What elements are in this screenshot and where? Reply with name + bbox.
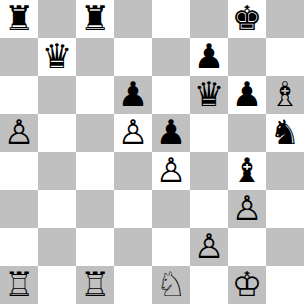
square-f8[interactable] xyxy=(190,0,228,38)
square-b8[interactable] xyxy=(38,0,76,38)
square-c5[interactable] xyxy=(76,114,114,152)
square-h7[interactable] xyxy=(266,38,304,76)
square-g6[interactable]: ♟ xyxy=(228,76,266,114)
square-e1[interactable]: ♘ xyxy=(152,266,190,304)
square-f5[interactable] xyxy=(190,114,228,152)
square-e4[interactable]: ♙ xyxy=(152,152,190,190)
square-c1[interactable]: ♖ xyxy=(76,266,114,304)
square-d3[interactable] xyxy=(114,190,152,228)
square-a3[interactable] xyxy=(0,190,38,228)
square-d5[interactable]: ♙ xyxy=(114,114,152,152)
black-pawn-icon: ♟ xyxy=(194,37,224,75)
square-a2[interactable] xyxy=(0,228,38,266)
black-king-icon: ♚ xyxy=(232,0,262,37)
black-bishop-icon: ♝ xyxy=(232,151,262,189)
square-c2[interactable] xyxy=(76,228,114,266)
white-pawn-icon: ♙ xyxy=(156,151,186,189)
square-d2[interactable] xyxy=(114,228,152,266)
square-f3[interactable] xyxy=(190,190,228,228)
square-a8[interactable]: ♜ xyxy=(0,0,38,38)
white-rook-icon: ♖ xyxy=(4,265,34,303)
black-rook-icon: ♜ xyxy=(80,0,110,37)
white-pawn-icon: ♙ xyxy=(4,113,34,151)
black-pawn-icon: ♟ xyxy=(232,75,262,113)
square-b7[interactable]: ♛ xyxy=(38,38,76,76)
square-g4[interactable]: ♝ xyxy=(228,152,266,190)
square-e3[interactable] xyxy=(152,190,190,228)
square-e5[interactable]: ♟ xyxy=(152,114,190,152)
square-b6[interactable] xyxy=(38,76,76,114)
square-c3[interactable] xyxy=(76,190,114,228)
square-d6[interactable]: ♟ xyxy=(114,76,152,114)
square-e6[interactable] xyxy=(152,76,190,114)
square-a4[interactable] xyxy=(0,152,38,190)
square-b3[interactable] xyxy=(38,190,76,228)
square-f2[interactable]: ♙ xyxy=(190,228,228,266)
square-f6[interactable]: ♛ xyxy=(190,76,228,114)
white-pawn-icon: ♙ xyxy=(118,113,148,151)
square-h4[interactable] xyxy=(266,152,304,190)
black-pawn-icon: ♟ xyxy=(118,75,148,113)
square-d4[interactable] xyxy=(114,152,152,190)
black-rook-icon: ♜ xyxy=(4,0,34,37)
black-queen-icon: ♛ xyxy=(194,75,224,113)
square-g3[interactable]: ♙ xyxy=(228,190,266,228)
square-f1[interactable] xyxy=(190,266,228,304)
square-a5[interactable]: ♙ xyxy=(0,114,38,152)
square-b4[interactable] xyxy=(38,152,76,190)
square-c8[interactable]: ♜ xyxy=(76,0,114,38)
white-bishop-icon: ♗ xyxy=(270,75,300,113)
square-g7[interactable] xyxy=(228,38,266,76)
square-b2[interactable] xyxy=(38,228,76,266)
square-h5[interactable]: ♞ xyxy=(266,114,304,152)
square-e8[interactable] xyxy=(152,0,190,38)
square-g5[interactable] xyxy=(228,114,266,152)
square-f4[interactable] xyxy=(190,152,228,190)
square-a6[interactable] xyxy=(0,76,38,114)
black-pawn-icon: ♟ xyxy=(156,113,186,151)
square-h8[interactable] xyxy=(266,0,304,38)
square-g1[interactable]: ♔ xyxy=(228,266,266,304)
white-pawn-icon: ♙ xyxy=(232,189,262,227)
square-b5[interactable] xyxy=(38,114,76,152)
square-a7[interactable] xyxy=(0,38,38,76)
square-d1[interactable] xyxy=(114,266,152,304)
black-knight-icon: ♞ xyxy=(270,113,300,151)
square-e2[interactable] xyxy=(152,228,190,266)
white-knight-icon: ♘ xyxy=(156,265,186,303)
white-pawn-icon: ♙ xyxy=(194,227,224,265)
white-rook-icon: ♖ xyxy=(80,265,110,303)
square-d8[interactable] xyxy=(114,0,152,38)
square-f7[interactable]: ♟ xyxy=(190,38,228,76)
square-g2[interactable] xyxy=(228,228,266,266)
white-king-icon: ♔ xyxy=(232,265,262,303)
square-h3[interactable] xyxy=(266,190,304,228)
square-g8[interactable]: ♚ xyxy=(228,0,266,38)
square-c6[interactable] xyxy=(76,76,114,114)
chess-board: ♜♜♚♛♟♟♛♟♗♙♙♟♞♙♝♙♙♖♖♘♔ xyxy=(0,0,304,304)
square-h1[interactable] xyxy=(266,266,304,304)
square-h6[interactable]: ♗ xyxy=(266,76,304,114)
square-b1[interactable] xyxy=(38,266,76,304)
square-a1[interactable]: ♖ xyxy=(0,266,38,304)
square-c7[interactable] xyxy=(76,38,114,76)
black-queen-icon: ♛ xyxy=(42,37,72,75)
square-h2[interactable] xyxy=(266,228,304,266)
square-d7[interactable] xyxy=(114,38,152,76)
square-c4[interactable] xyxy=(76,152,114,190)
square-e7[interactable] xyxy=(152,38,190,76)
